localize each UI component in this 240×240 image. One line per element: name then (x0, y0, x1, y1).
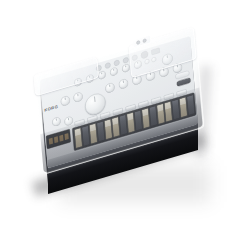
led-segment (59, 135, 63, 142)
small-knob (52, 116, 61, 126)
led-segment (49, 138, 53, 145)
small-knob (132, 74, 142, 85)
brand-logo: KORG (44, 104, 58, 112)
product-photo: KORG (0, 0, 240, 240)
small-knob (159, 66, 169, 77)
led-segment (54, 136, 58, 143)
touch-key-dark (187, 95, 195, 116)
audio-jack (123, 57, 129, 64)
cover-rear-tab (133, 35, 152, 48)
small-knob (64, 116, 73, 126)
audio-jack (114, 59, 120, 66)
small-knob (73, 91, 83, 102)
small-knob (74, 77, 82, 87)
small-knob (146, 70, 156, 81)
round-button (144, 58, 149, 64)
led-display (46, 129, 71, 149)
small-knob (134, 60, 142, 70)
round-button (151, 57, 156, 63)
small-knob (105, 82, 115, 93)
power-switch (151, 48, 160, 56)
small-knob (98, 70, 106, 80)
small-knob (119, 78, 129, 89)
small-knob (86, 74, 94, 84)
audio-jack (105, 62, 111, 69)
small-knob (60, 95, 70, 106)
volume-knob (162, 53, 173, 66)
midi-port (141, 50, 149, 59)
small-knob (110, 67, 118, 77)
small-knob (122, 63, 130, 73)
led-segment (65, 133, 69, 140)
